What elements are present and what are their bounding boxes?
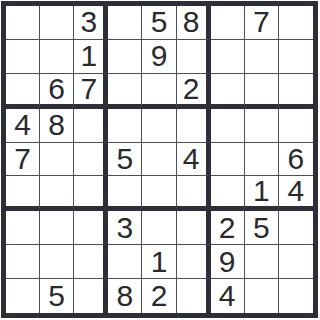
cell-r5c9-given: 6 xyxy=(279,143,313,177)
cell-r5c7-empty[interactable] xyxy=(211,143,245,177)
cell-r3c4-empty[interactable] xyxy=(108,74,142,109)
cell-r4c9-empty[interactable] xyxy=(279,109,313,143)
cell-r3c9-empty[interactable] xyxy=(279,74,313,109)
cell-r4c7-empty[interactable] xyxy=(211,109,245,143)
cell-r9c2-given: 5 xyxy=(40,279,74,313)
cell-r4c8-empty[interactable] xyxy=(245,109,279,143)
cell-r8c7-given: 9 xyxy=(211,245,245,279)
cell-r8c3-empty[interactable] xyxy=(74,245,108,279)
cell-r8c8-empty[interactable] xyxy=(245,245,279,279)
cell-r6c1-empty[interactable] xyxy=(6,176,40,211)
cell-r5c1-given: 7 xyxy=(6,143,40,177)
cell-r2c7-empty[interactable] xyxy=(211,40,245,74)
cell-r3c7-empty[interactable] xyxy=(211,74,245,109)
cell-r2c8-empty[interactable] xyxy=(245,40,279,74)
cell-r5c4-given: 5 xyxy=(108,143,142,177)
cell-r9c4-given: 8 xyxy=(108,279,142,313)
cell-r2c5-given: 9 xyxy=(142,40,176,74)
cell-r9c1-empty[interactable] xyxy=(6,279,40,313)
cell-r3c8-empty[interactable] xyxy=(245,74,279,109)
cell-r4c3-empty[interactable] xyxy=(74,109,108,143)
cell-r1c9-empty[interactable] xyxy=(279,6,313,40)
cell-r1c7-empty[interactable] xyxy=(211,6,245,40)
cell-r1c8-given: 7 xyxy=(245,6,279,40)
cell-r4c5-empty[interactable] xyxy=(142,109,176,143)
cell-r3c5-empty[interactable] xyxy=(142,74,176,109)
cell-r9c9-empty[interactable] xyxy=(279,279,313,313)
cell-r1c3-given: 3 xyxy=(74,6,108,40)
cell-r9c8-empty[interactable] xyxy=(245,279,279,313)
cell-r2c9-empty[interactable] xyxy=(279,40,313,74)
cell-r6c9-given: 4 xyxy=(279,176,313,211)
cell-r5c2-empty[interactable] xyxy=(40,143,74,177)
cell-r4c4-empty[interactable] xyxy=(108,109,142,143)
cell-r8c6-empty[interactable] xyxy=(177,245,211,279)
cell-r2c6-empty[interactable] xyxy=(177,40,211,74)
cell-r3c1-empty[interactable] xyxy=(6,74,40,109)
cell-r2c2-empty[interactable] xyxy=(40,40,74,74)
cell-r8c9-empty[interactable] xyxy=(279,245,313,279)
cell-r4c6-empty[interactable] xyxy=(177,109,211,143)
cell-r7c3-empty[interactable] xyxy=(74,211,108,245)
cell-r7c9-empty[interactable] xyxy=(279,211,313,245)
cell-r6c2-empty[interactable] xyxy=(40,176,74,211)
cell-r7c8-given: 5 xyxy=(245,211,279,245)
cell-r1c4-empty[interactable] xyxy=(108,6,142,40)
cell-r7c6-empty[interactable] xyxy=(177,211,211,245)
cell-r1c6-given: 8 xyxy=(177,6,211,40)
cell-r2c3-given: 1 xyxy=(74,40,108,74)
cell-r3c3-given: 7 xyxy=(74,74,108,109)
cell-r6c4-empty[interactable] xyxy=(108,176,142,211)
cell-r7c4-given: 3 xyxy=(108,211,142,245)
cell-r6c6-empty[interactable] xyxy=(177,176,211,211)
cell-r9c3-empty[interactable] xyxy=(74,279,108,313)
cell-r3c2-given: 6 xyxy=(40,74,74,109)
cell-r2c4-empty[interactable] xyxy=(108,40,142,74)
cell-r7c1-empty[interactable] xyxy=(6,211,40,245)
cell-r3c6-given: 2 xyxy=(177,74,211,109)
cell-r7c5-empty[interactable] xyxy=(142,211,176,245)
cell-r5c8-empty[interactable] xyxy=(245,143,279,177)
cell-r6c8-given: 1 xyxy=(245,176,279,211)
cell-r7c2-empty[interactable] xyxy=(40,211,74,245)
cell-r5c6-given: 4 xyxy=(177,143,211,177)
cell-r6c5-empty[interactable] xyxy=(142,176,176,211)
cell-r8c2-empty[interactable] xyxy=(40,245,74,279)
cell-r9c6-empty[interactable] xyxy=(177,279,211,313)
cell-r8c1-empty[interactable] xyxy=(6,245,40,279)
cell-r6c7-empty[interactable] xyxy=(211,176,245,211)
cell-r4c2-given: 8 xyxy=(40,109,74,143)
cell-r5c3-empty[interactable] xyxy=(74,143,108,177)
cell-r4c1-given: 4 xyxy=(6,109,40,143)
cell-r2c1-empty[interactable] xyxy=(6,40,40,74)
cell-r6c3-empty[interactable] xyxy=(74,176,108,211)
sudoku-board: 35871967248754614325195824 xyxy=(1,1,318,318)
cell-r9c5-given: 2 xyxy=(142,279,176,313)
cell-r1c2-empty[interactable] xyxy=(40,6,74,40)
cell-r5c5-empty[interactable] xyxy=(142,143,176,177)
cell-r8c4-empty[interactable] xyxy=(108,245,142,279)
cell-r8c5-given: 1 xyxy=(142,245,176,279)
cell-r1c5-given: 5 xyxy=(142,6,176,40)
cell-r7c7-given: 2 xyxy=(211,211,245,245)
cell-r9c7-given: 4 xyxy=(211,279,245,313)
cell-r1c1-empty[interactable] xyxy=(6,6,40,40)
